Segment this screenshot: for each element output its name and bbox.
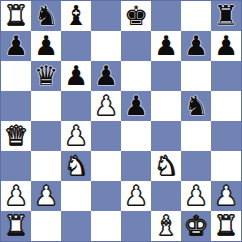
square-c1[interactable] (61, 211, 91, 241)
square-b2[interactable]: ♟ (31, 181, 61, 211)
black-pawn[interactable]: ♟ (64, 62, 88, 89)
square-c8[interactable]: ♝ (61, 1, 91, 31)
square-c7[interactable] (61, 31, 91, 61)
square-b8[interactable]: ♞ (31, 1, 61, 31)
square-g6[interactable] (181, 61, 211, 91)
square-f6[interactable] (151, 61, 181, 91)
black-pawn[interactable]: ♟ (124, 92, 148, 119)
square-b3[interactable] (31, 151, 61, 181)
black-rook[interactable]: ♜ (214, 2, 238, 29)
square-d5[interactable]: ♟ (91, 91, 121, 121)
white-pawn[interactable]: ♟ (64, 122, 88, 149)
square-g7[interactable]: ♟ (181, 31, 211, 61)
black-king[interactable]: ♚ (124, 2, 148, 29)
square-h8[interactable]: ♜ (211, 1, 241, 31)
square-b1[interactable] (31, 211, 61, 241)
square-g3[interactable] (181, 151, 211, 181)
square-g8[interactable] (181, 1, 211, 31)
black-knight[interactable]: ♞ (34, 2, 58, 29)
square-f1[interactable]: ♝ (151, 211, 181, 241)
square-a5[interactable] (1, 91, 31, 121)
black-bishop[interactable]: ♝ (64, 2, 88, 29)
square-h6[interactable] (211, 61, 241, 91)
white-rook[interactable]: ♜ (214, 212, 238, 239)
square-g1[interactable]: ♚ (181, 211, 211, 241)
square-b4[interactable] (31, 121, 61, 151)
black-pawn[interactable]: ♟ (94, 62, 118, 89)
square-f7[interactable]: ♟ (151, 31, 181, 61)
square-a2[interactable]: ♟ (1, 181, 31, 211)
white-pawn[interactable]: ♟ (184, 182, 208, 209)
square-e6[interactable] (121, 61, 151, 91)
square-d1[interactable] (91, 211, 121, 241)
square-c5[interactable] (61, 91, 91, 121)
square-d8[interactable] (91, 1, 121, 31)
square-a7[interactable]: ♟ (1, 31, 31, 61)
square-f4[interactable] (151, 121, 181, 151)
square-c6[interactable]: ♟ (61, 61, 91, 91)
square-d2[interactable] (91, 181, 121, 211)
square-f2[interactable] (151, 181, 181, 211)
square-b7[interactable]: ♟ (31, 31, 61, 61)
white-rook[interactable]: ♜ (4, 212, 28, 239)
square-a6[interactable] (1, 61, 31, 91)
square-b6[interactable]: ♛ (31, 61, 61, 91)
white-pawn[interactable]: ♟ (124, 182, 148, 209)
square-e3[interactable] (121, 151, 151, 181)
square-h3[interactable] (211, 151, 241, 181)
square-d4[interactable] (91, 121, 121, 151)
square-g5[interactable]: ♞ (181, 91, 211, 121)
square-e2[interactable]: ♟ (121, 181, 151, 211)
square-h1[interactable]: ♜ (211, 211, 241, 241)
square-a1[interactable]: ♜ (1, 211, 31, 241)
square-f5[interactable] (151, 91, 181, 121)
black-knight[interactable]: ♞ (184, 92, 208, 119)
square-e4[interactable] (121, 121, 151, 151)
black-pawn[interactable]: ♟ (34, 32, 58, 59)
white-pawn[interactable]: ♟ (34, 182, 58, 209)
square-e5[interactable]: ♟ (121, 91, 151, 121)
square-c4[interactable]: ♟ (61, 121, 91, 151)
white-rook[interactable]: ♜ (4, 2, 28, 29)
black-pawn[interactable]: ♟ (154, 32, 178, 59)
chess-board: ♜♞♝♚♜♟♟♟♟♟♛♟♟♟♟♞♛♟♞♞♟♟♟♟♟♜♝♚♜ (0, 0, 242, 242)
square-h4[interactable] (211, 121, 241, 151)
black-pawn[interactable]: ♟ (4, 32, 28, 59)
black-pawn[interactable]: ♟ (214, 32, 238, 59)
square-a4[interactable]: ♛ (1, 121, 31, 151)
square-g4[interactable] (181, 121, 211, 151)
square-f8[interactable] (151, 1, 181, 31)
black-queen[interactable]: ♛ (34, 62, 58, 89)
square-f3[interactable]: ♞ (151, 151, 181, 181)
square-a8[interactable]: ♜ (1, 1, 31, 31)
square-e8[interactable]: ♚ (121, 1, 151, 31)
white-bishop[interactable]: ♝ (154, 212, 178, 239)
square-a3[interactable] (1, 151, 31, 181)
square-d3[interactable] (91, 151, 121, 181)
square-d6[interactable]: ♟ (91, 61, 121, 91)
white-pawn[interactable]: ♟ (94, 92, 118, 119)
square-c2[interactable] (61, 181, 91, 211)
white-pawn[interactable]: ♟ (214, 182, 238, 209)
white-knight[interactable]: ♞ (154, 152, 178, 179)
square-e1[interactable] (121, 211, 151, 241)
square-e7[interactable] (121, 31, 151, 61)
black-pawn[interactable]: ♟ (184, 32, 208, 59)
square-h2[interactable]: ♟ (211, 181, 241, 211)
square-d7[interactable] (91, 31, 121, 61)
white-knight[interactable]: ♞ (64, 152, 88, 179)
white-pawn[interactable]: ♟ (4, 182, 28, 209)
square-c3[interactable]: ♞ (61, 151, 91, 181)
square-h5[interactable] (211, 91, 241, 121)
white-queen[interactable]: ♛ (4, 122, 28, 149)
square-g2[interactable]: ♟ (181, 181, 211, 211)
square-h7[interactable]: ♟ (211, 31, 241, 61)
square-b5[interactable] (31, 91, 61, 121)
white-king[interactable]: ♚ (184, 212, 208, 239)
